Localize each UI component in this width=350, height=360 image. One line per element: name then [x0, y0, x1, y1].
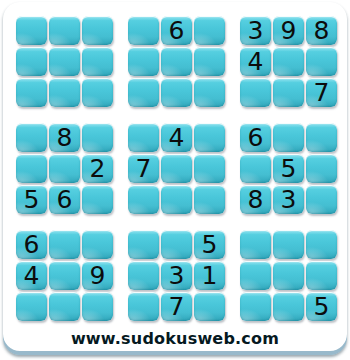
cell-r8c8[interactable] [273, 261, 304, 290]
cell-r4c2[interactable]: 8 [49, 123, 80, 152]
cell-r4c7[interactable]: 6 [240, 123, 271, 152]
cell-r5c2[interactable] [49, 154, 80, 183]
cell-r2c5[interactable] [161, 47, 192, 76]
cell-r7c2[interactable] [49, 230, 80, 259]
cell-r7c9[interactable] [306, 230, 337, 259]
cell-r1c8[interactable]: 9 [273, 16, 304, 45]
cell-r6c6[interactable] [194, 185, 225, 214]
cell-r2c9[interactable] [306, 47, 337, 76]
cell-r7c3[interactable] [82, 230, 113, 259]
sudoku-box-3-3: 5 [236, 225, 341, 326]
cell-r8c1[interactable]: 4 [16, 261, 47, 290]
cell-r3c2[interactable] [49, 78, 80, 107]
sudoku-board: 639847825647658364953175 [12, 11, 341, 326]
cell-r4c1[interactable] [16, 123, 47, 152]
cell-r5c3[interactable]: 2 [82, 154, 113, 183]
cell-r1c3[interactable] [82, 16, 113, 45]
cell-r2c2[interactable] [49, 47, 80, 76]
sudoku-box-1-2: 6 [124, 11, 229, 112]
cell-r4c8[interactable] [273, 123, 304, 152]
cell-r2c4[interactable] [128, 47, 159, 76]
cell-r8c9[interactable] [306, 261, 337, 290]
cell-r6c4[interactable] [128, 185, 159, 214]
cell-r3c6[interactable] [194, 78, 225, 107]
cell-r6c1[interactable]: 5 [16, 185, 47, 214]
cell-r5c8[interactable]: 5 [273, 154, 304, 183]
cell-r6c9[interactable] [306, 185, 337, 214]
cell-r3c8[interactable] [273, 78, 304, 107]
cell-r4c6[interactable] [194, 123, 225, 152]
cell-r8c6[interactable]: 1 [194, 261, 225, 290]
sudoku-box-3-2: 5317 [124, 225, 229, 326]
cell-r4c4[interactable] [128, 123, 159, 152]
board-frame: 639847825647658364953175 www.sudokusweb.… [3, 2, 347, 355]
cell-r5c1[interactable] [16, 154, 47, 183]
sudoku-box-2-2: 47 [124, 118, 229, 219]
cell-r6c8[interactable]: 3 [273, 185, 304, 214]
cell-r2c8[interactable] [273, 47, 304, 76]
cell-r2c3[interactable] [82, 47, 113, 76]
sudoku-box-1-3: 39847 [236, 11, 341, 112]
cell-r4c3[interactable] [82, 123, 113, 152]
cell-r6c3[interactable] [82, 185, 113, 214]
cell-r9c5[interactable]: 7 [161, 292, 192, 321]
cell-r9c2[interactable] [49, 292, 80, 321]
cell-r1c6[interactable] [194, 16, 225, 45]
cell-r3c7[interactable] [240, 78, 271, 107]
cell-r5c6[interactable] [194, 154, 225, 183]
cell-r8c4[interactable] [128, 261, 159, 290]
cell-r9c9[interactable]: 5 [306, 292, 337, 321]
site-link[interactable]: www.sudokusweb.com [3, 329, 347, 348]
cell-r8c3[interactable]: 9 [82, 261, 113, 290]
cell-r1c7[interactable]: 3 [240, 16, 271, 45]
cell-r2c7[interactable]: 4 [240, 47, 271, 76]
cell-r3c5[interactable] [161, 78, 192, 107]
cell-r3c3[interactable] [82, 78, 113, 107]
cell-r6c5[interactable] [161, 185, 192, 214]
cell-r5c4[interactable]: 7 [128, 154, 159, 183]
cell-r7c6[interactable]: 5 [194, 230, 225, 259]
cell-r9c3[interactable] [82, 292, 113, 321]
cell-r3c1[interactable] [16, 78, 47, 107]
sudoku-box-2-1: 8256 [12, 118, 117, 219]
cell-r9c1[interactable] [16, 292, 47, 321]
cell-r3c4[interactable] [128, 78, 159, 107]
sudoku-box-3-1: 649 [12, 225, 117, 326]
cell-r8c7[interactable] [240, 261, 271, 290]
cell-r9c4[interactable] [128, 292, 159, 321]
cell-r7c7[interactable] [240, 230, 271, 259]
sudoku-box-2-3: 6583 [236, 118, 341, 219]
cell-r9c6[interactable] [194, 292, 225, 321]
cell-r3c9[interactable]: 7 [306, 78, 337, 107]
cell-r1c4[interactable] [128, 16, 159, 45]
cell-r1c5[interactable]: 6 [161, 16, 192, 45]
cell-r8c5[interactable]: 3 [161, 261, 192, 290]
cell-r4c9[interactable] [306, 123, 337, 152]
cell-r1c1[interactable] [16, 16, 47, 45]
cell-r7c8[interactable] [273, 230, 304, 259]
cell-r6c2[interactable]: 6 [49, 185, 80, 214]
cell-r9c7[interactable] [240, 292, 271, 321]
cell-r7c4[interactable] [128, 230, 159, 259]
cell-r9c8[interactable] [273, 292, 304, 321]
cell-r7c5[interactable] [161, 230, 192, 259]
cell-r5c7[interactable] [240, 154, 271, 183]
cell-r1c2[interactable] [49, 16, 80, 45]
cell-r7c1[interactable]: 6 [16, 230, 47, 259]
cell-r8c2[interactable] [49, 261, 80, 290]
sudoku-box-1-1 [12, 11, 117, 112]
cell-r5c5[interactable] [161, 154, 192, 183]
cell-r6c7[interactable]: 8 [240, 185, 271, 214]
cell-r2c1[interactable] [16, 47, 47, 76]
cell-r4c5[interactable]: 4 [161, 123, 192, 152]
cell-r2c6[interactable] [194, 47, 225, 76]
cell-r1c9[interactable]: 8 [306, 16, 337, 45]
cell-r5c9[interactable] [306, 154, 337, 183]
